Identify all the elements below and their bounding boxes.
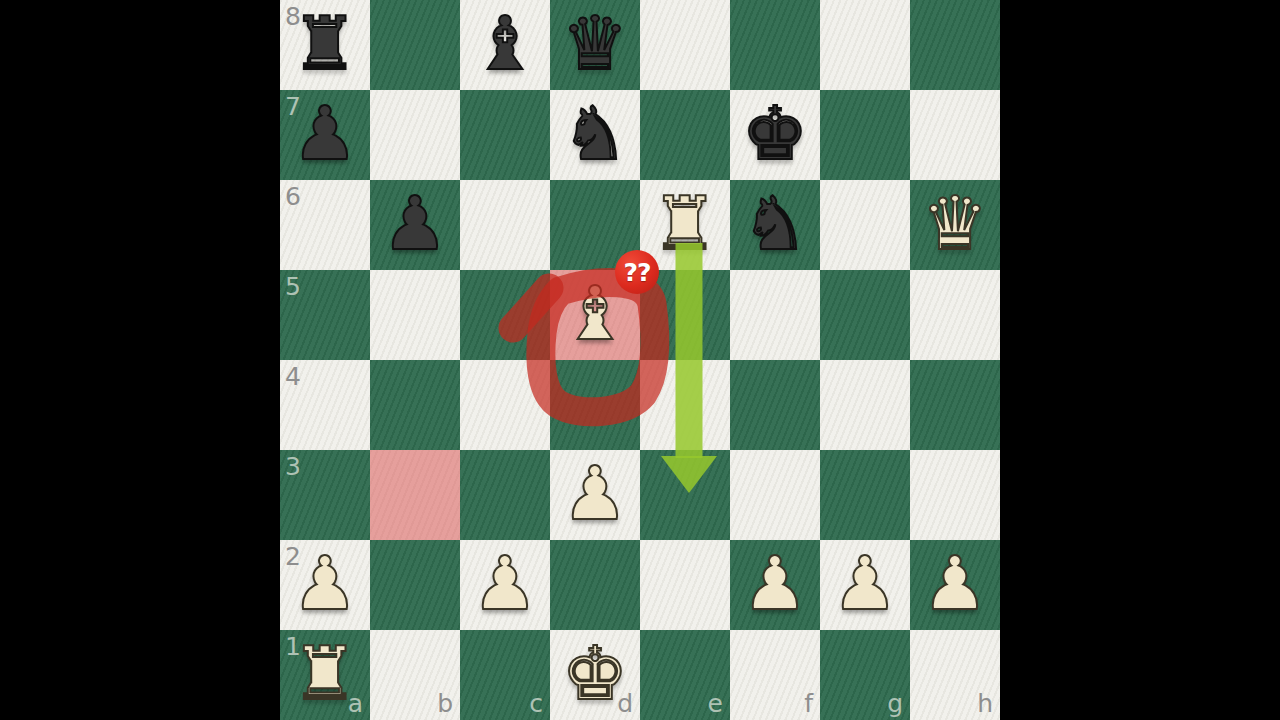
- square-c1[interactable]: c: [460, 630, 550, 720]
- piece-white-bishop[interactable]: ♝: [562, 276, 628, 350]
- piece-white-queen[interactable]: ♛: [922, 186, 988, 260]
- file-label-c: c: [529, 691, 543, 716]
- highlight-b3: [370, 450, 460, 540]
- square-a3[interactable]: 3: [280, 450, 370, 540]
- square-g7[interactable]: [820, 90, 910, 180]
- square-c4[interactable]: [460, 360, 550, 450]
- piece-white-pawn[interactable]: ♟: [922, 546, 988, 620]
- square-b6[interactable]: ♟: [370, 180, 460, 270]
- square-h7[interactable]: [910, 90, 1000, 180]
- square-a5[interactable]: 5: [280, 270, 370, 360]
- piece-black-knight[interactable]: ♞: [562, 96, 628, 170]
- file-label-b: b: [437, 691, 453, 716]
- square-e7[interactable]: [640, 90, 730, 180]
- piece-black-knight[interactable]: ♞: [742, 186, 808, 260]
- board-area: 8♜♝♛7♟♞♚6♟♜♞♛5♝43♟2♟♟♟♟♟1a♜bcd♚efgh ??: [280, 0, 1000, 720]
- piece-white-pawn[interactable]: ♟: [472, 546, 538, 620]
- square-h6[interactable]: ♛: [910, 180, 1000, 270]
- piece-white-pawn[interactable]: ♟: [292, 546, 358, 620]
- square-f8[interactable]: [730, 0, 820, 90]
- square-h5[interactable]: [910, 270, 1000, 360]
- square-d2[interactable]: [550, 540, 640, 630]
- rank-label-3: 3: [285, 454, 301, 479]
- square-f6[interactable]: ♞: [730, 180, 820, 270]
- square-h4[interactable]: [910, 360, 1000, 450]
- square-b2[interactable]: [370, 540, 460, 630]
- square-f1[interactable]: f: [730, 630, 820, 720]
- piece-white-rook[interactable]: ♜: [292, 636, 358, 710]
- square-a7[interactable]: 7♟: [280, 90, 370, 180]
- square-b8[interactable]: [370, 0, 460, 90]
- square-e1[interactable]: e: [640, 630, 730, 720]
- square-g3[interactable]: [820, 450, 910, 540]
- square-d7[interactable]: ♞: [550, 90, 640, 180]
- square-f2[interactable]: ♟: [730, 540, 820, 630]
- square-c7[interactable]: [460, 90, 550, 180]
- right-letterbox-bar: [1000, 0, 1280, 720]
- square-d1[interactable]: d♚: [550, 630, 640, 720]
- square-a6[interactable]: 6: [280, 180, 370, 270]
- piece-white-pawn[interactable]: ♟: [832, 546, 898, 620]
- square-g1[interactable]: g: [820, 630, 910, 720]
- piece-black-king[interactable]: ♚: [742, 96, 808, 170]
- square-c8[interactable]: ♝: [460, 0, 550, 90]
- square-e4[interactable]: [640, 360, 730, 450]
- square-b1[interactable]: b: [370, 630, 460, 720]
- file-label-f: f: [804, 691, 813, 716]
- board: 8♜♝♛7♟♞♚6♟♜♞♛5♝43♟2♟♟♟♟♟1a♜bcd♚efgh: [280, 0, 1000, 720]
- square-f3[interactable]: [730, 450, 820, 540]
- square-g6[interactable]: [820, 180, 910, 270]
- blunder-badge: ??: [615, 250, 659, 294]
- app-screen: 8♜♝♛7♟♞♚6♟♜♞♛5♝43♟2♟♟♟♟♟1a♜bcd♚efgh ??: [0, 0, 1280, 720]
- file-label-e: e: [708, 691, 723, 716]
- piece-black-queen[interactable]: ♛: [562, 6, 628, 80]
- piece-white-rook[interactable]: ♜: [652, 186, 718, 260]
- square-f5[interactable]: [730, 270, 820, 360]
- square-c5[interactable]: [460, 270, 550, 360]
- piece-black-pawn[interactable]: ♟: [382, 186, 448, 260]
- square-g2[interactable]: ♟: [820, 540, 910, 630]
- square-h3[interactable]: [910, 450, 1000, 540]
- square-e2[interactable]: [640, 540, 730, 630]
- square-e8[interactable]: [640, 0, 730, 90]
- piece-white-pawn[interactable]: ♟: [742, 546, 808, 620]
- square-a1[interactable]: 1a♜: [280, 630, 370, 720]
- square-h2[interactable]: ♟: [910, 540, 1000, 630]
- square-h1[interactable]: h: [910, 630, 1000, 720]
- square-f7[interactable]: ♚: [730, 90, 820, 180]
- square-d4[interactable]: [550, 360, 640, 450]
- piece-white-king[interactable]: ♚: [562, 636, 628, 710]
- square-g4[interactable]: [820, 360, 910, 450]
- piece-black-rook[interactable]: ♜: [292, 6, 358, 80]
- square-b5[interactable]: [370, 270, 460, 360]
- piece-black-bishop[interactable]: ♝: [472, 6, 538, 80]
- square-a2[interactable]: 2♟: [280, 540, 370, 630]
- square-f4[interactable]: [730, 360, 820, 450]
- square-c2[interactable]: ♟: [460, 540, 550, 630]
- square-b7[interactable]: [370, 90, 460, 180]
- file-label-h: h: [977, 691, 993, 716]
- rank-label-4: 4: [285, 364, 301, 389]
- square-c6[interactable]: [460, 180, 550, 270]
- square-a8[interactable]: 8♜: [280, 0, 370, 90]
- left-letterbox-bar: [0, 0, 280, 720]
- rank-label-6: 6: [285, 184, 301, 209]
- square-b4[interactable]: [370, 360, 460, 450]
- square-c3[interactable]: [460, 450, 550, 540]
- square-b3[interactable]: [370, 450, 460, 540]
- blunder-badge-text: ??: [623, 258, 650, 287]
- square-g8[interactable]: [820, 0, 910, 90]
- square-g5[interactable]: [820, 270, 910, 360]
- square-e3[interactable]: [640, 450, 730, 540]
- square-h8[interactable]: [910, 0, 1000, 90]
- square-a4[interactable]: 4: [280, 360, 370, 450]
- file-label-g: g: [887, 691, 903, 716]
- piece-black-pawn[interactable]: ♟: [292, 96, 358, 170]
- piece-white-pawn[interactable]: ♟: [562, 456, 628, 530]
- square-d3[interactable]: ♟: [550, 450, 640, 540]
- rank-label-5: 5: [285, 274, 301, 299]
- square-d8[interactable]: ♛: [550, 0, 640, 90]
